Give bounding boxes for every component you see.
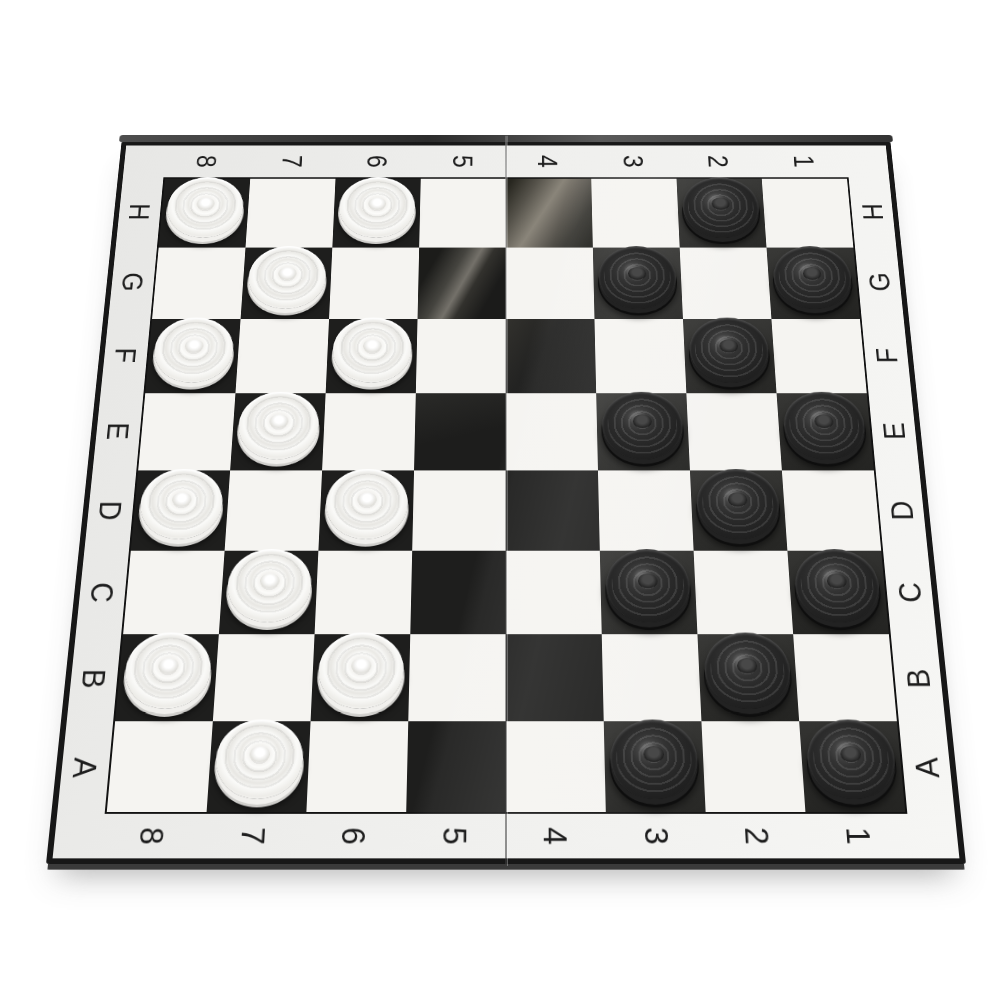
square-e7[interactable] bbox=[230, 393, 326, 470]
square-a5[interactable] bbox=[406, 721, 506, 812]
square-d2[interactable] bbox=[690, 470, 787, 550]
square-c3[interactable] bbox=[600, 551, 698, 635]
square-a7[interactable] bbox=[207, 721, 311, 812]
coordinate-label: 2 bbox=[741, 827, 776, 845]
square-a4 bbox=[506, 721, 606, 812]
square-e6 bbox=[322, 393, 416, 470]
checker-white-f8[interactable] bbox=[152, 318, 236, 383]
checker-black-h2[interactable] bbox=[682, 177, 761, 237]
checker-black-a3[interactable] bbox=[610, 719, 699, 799]
coordinate-label: 2 bbox=[705, 155, 734, 168]
coordinate-label: F bbox=[870, 348, 902, 363]
square-g7[interactable] bbox=[241, 248, 333, 319]
coordinate-label: B bbox=[77, 669, 111, 689]
coordinate-label: G bbox=[863, 273, 894, 292]
square-h1 bbox=[762, 179, 854, 248]
square-c8 bbox=[123, 551, 224, 635]
square-d6[interactable] bbox=[318, 470, 414, 550]
square-c5[interactable] bbox=[410, 551, 506, 635]
square-b4[interactable] bbox=[506, 634, 604, 721]
square-e5[interactable] bbox=[414, 393, 506, 470]
checker-white-g7[interactable] bbox=[247, 246, 328, 309]
square-f6[interactable] bbox=[326, 319, 418, 393]
checker-white-d6[interactable] bbox=[325, 469, 409, 539]
checker-black-f2[interactable] bbox=[688, 318, 770, 383]
square-b7 bbox=[213, 634, 315, 721]
bottom-coordinates: 87654321 bbox=[101, 814, 912, 859]
square-a3[interactable] bbox=[604, 721, 706, 812]
coordinate-label: 4 bbox=[534, 155, 563, 168]
coordinate-label: E bbox=[102, 423, 134, 440]
square-b2[interactable] bbox=[697, 634, 799, 721]
checker-white-h6[interactable] bbox=[338, 177, 416, 237]
checker-black-c3[interactable] bbox=[605, 549, 691, 622]
coordinate-label: 3 bbox=[619, 155, 648, 168]
square-f2[interactable] bbox=[683, 319, 777, 393]
coordinate-label: 8 bbox=[135, 827, 170, 845]
square-c2 bbox=[694, 551, 794, 635]
coordinate-label: F bbox=[110, 348, 142, 363]
square-f5 bbox=[416, 319, 506, 393]
square-e8 bbox=[138, 393, 235, 470]
square-d7 bbox=[225, 470, 322, 550]
coordinate-label: 7 bbox=[278, 155, 307, 168]
coordinate-label: B bbox=[901, 669, 935, 689]
square-h8[interactable] bbox=[159, 179, 251, 248]
square-g3[interactable] bbox=[593, 248, 683, 319]
square-b5 bbox=[408, 634, 506, 721]
coordinate-label: C bbox=[86, 583, 120, 603]
checker-white-a7[interactable] bbox=[213, 719, 304, 799]
checker-white-e7[interactable] bbox=[236, 392, 320, 460]
square-g4 bbox=[506, 248, 594, 319]
square-d1 bbox=[782, 470, 881, 550]
coordinate-label: 4 bbox=[539, 827, 573, 845]
square-f4[interactable] bbox=[506, 319, 596, 393]
square-b8[interactable] bbox=[115, 634, 219, 721]
checker-black-d2[interactable] bbox=[695, 469, 781, 539]
coordinate-label: H bbox=[857, 203, 888, 220]
square-a6 bbox=[306, 721, 408, 812]
checker-white-d8[interactable] bbox=[137, 469, 224, 539]
coordinate-label: A bbox=[909, 758, 944, 778]
coordinate-label: G bbox=[117, 273, 148, 292]
square-h3 bbox=[591, 179, 679, 248]
square-h4[interactable] bbox=[506, 179, 593, 248]
coordinate-label: 5 bbox=[449, 155, 478, 168]
coordinate-label: 3 bbox=[640, 827, 674, 845]
coordinate-label: 1 bbox=[790, 155, 820, 168]
square-d8[interactable] bbox=[131, 470, 230, 550]
product-photo-scene: 87654321 87654321 HGFEDCBA HGFEDCBA bbox=[0, 0, 1001, 1001]
square-e1[interactable] bbox=[777, 393, 874, 470]
square-d5 bbox=[412, 470, 506, 550]
checker-black-e3[interactable] bbox=[602, 392, 684, 460]
checker-white-h8[interactable] bbox=[165, 177, 245, 237]
square-h5 bbox=[419, 179, 506, 248]
square-h6[interactable] bbox=[332, 179, 420, 248]
square-c4 bbox=[506, 551, 602, 635]
checker-white-f6[interactable] bbox=[332, 318, 413, 383]
square-e2 bbox=[686, 393, 782, 470]
fold-seam-line bbox=[505, 136, 507, 866]
square-e3[interactable] bbox=[596, 393, 690, 470]
square-g2 bbox=[680, 248, 772, 319]
checker-black-g3[interactable] bbox=[598, 246, 677, 309]
checker-black-b2[interactable] bbox=[703, 633, 792, 709]
checkers-board: 87654321 87654321 HGFEDCBA HGFEDCBA bbox=[46, 142, 966, 864]
square-d4[interactable] bbox=[506, 470, 600, 550]
checker-white-c7[interactable] bbox=[225, 549, 312, 622]
checker-black-g1[interactable] bbox=[772, 246, 854, 309]
square-g5[interactable] bbox=[418, 248, 506, 319]
coordinate-label: E bbox=[878, 423, 910, 440]
square-b6[interactable] bbox=[311, 634, 411, 721]
square-b1 bbox=[793, 634, 897, 721]
top-coordinates: 87654321 bbox=[163, 146, 848, 178]
checker-black-a1[interactable] bbox=[805, 719, 898, 799]
coordinate-label: D bbox=[94, 501, 127, 521]
checker-white-b8[interactable] bbox=[122, 633, 213, 709]
square-g8 bbox=[152, 248, 245, 319]
coordinate-label: 6 bbox=[364, 155, 393, 168]
square-f8[interactable] bbox=[145, 319, 240, 393]
square-a8 bbox=[107, 721, 213, 812]
coordinate-label: 8 bbox=[193, 155, 223, 168]
square-f7 bbox=[235, 319, 329, 393]
coordinate-label: C bbox=[893, 583, 927, 603]
square-d3 bbox=[598, 470, 694, 550]
checker-white-b6[interactable] bbox=[317, 633, 405, 709]
coordinate-label: 5 bbox=[439, 827, 473, 845]
checker-black-c1[interactable] bbox=[793, 549, 882, 622]
coordinate-label: 1 bbox=[841, 827, 876, 845]
square-a2 bbox=[701, 721, 805, 812]
coordinate-label: 6 bbox=[337, 827, 371, 845]
square-c7[interactable] bbox=[219, 551, 319, 635]
square-a1[interactable] bbox=[799, 721, 905, 812]
square-g6 bbox=[329, 248, 419, 319]
checker-black-e1[interactable] bbox=[782, 392, 867, 460]
square-f3 bbox=[594, 319, 686, 393]
coordinate-label: D bbox=[885, 501, 918, 521]
square-e4 bbox=[506, 393, 598, 470]
coordinate-label: 7 bbox=[236, 827, 271, 845]
coordinate-label: H bbox=[124, 203, 155, 220]
square-c1[interactable] bbox=[787, 551, 888, 635]
square-g1[interactable] bbox=[767, 248, 860, 319]
square-b3 bbox=[602, 634, 702, 721]
square-c6 bbox=[315, 551, 413, 635]
coordinate-label: A bbox=[68, 758, 103, 778]
square-f1 bbox=[771, 319, 866, 393]
square-h2[interactable] bbox=[677, 179, 767, 248]
square-h7 bbox=[245, 179, 335, 248]
